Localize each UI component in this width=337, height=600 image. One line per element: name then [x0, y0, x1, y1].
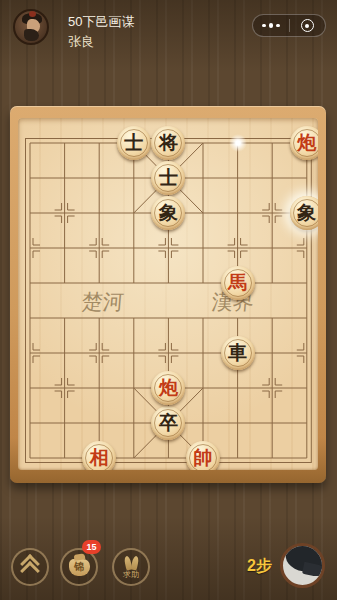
steps-counter: 2步 — [230, 556, 272, 577]
more-button[interactable] — [253, 15, 289, 36]
piece-red-elephant[interactable]: 相 — [82, 441, 116, 470]
piece-red-general[interactable]: 帥 — [186, 441, 220, 470]
xiangqi-app: 50下邑画谋 张良 楚河 漢界 士将士象象車卒炮馬炮相帥 锦 15 — [0, 0, 337, 600]
hint-count-badge: 15 — [82, 540, 101, 554]
help-button[interactable]: 求助 — [112, 548, 150, 586]
piece-black-chariot[interactable]: 車 — [221, 336, 255, 370]
exit-button[interactable] — [290, 15, 326, 36]
xiangqi-board[interactable]: 楚河 漢界 士将士象象車卒炮馬炮相帥 — [18, 118, 318, 470]
miniprogram-capsule — [252, 14, 326, 37]
opponent-avatar — [13, 9, 49, 45]
opponent-name: 张良 — [68, 33, 94, 51]
board-frame: 楚河 漢界 士将士象象車卒炮馬炮相帥 — [10, 106, 326, 483]
help-label: 求助 — [123, 571, 139, 579]
river-label-left: 楚河 — [59, 288, 147, 314]
level-title: 50下邑画谋 — [68, 13, 134, 31]
hint-bag-icon: 锦 — [69, 559, 90, 576]
piece-red-horse[interactable]: 馬 — [221, 266, 255, 300]
exit-icon — [301, 19, 314, 32]
expand-button[interactable] — [11, 548, 49, 586]
praying-hands-icon — [125, 556, 138, 570]
player-avatar — [280, 543, 325, 588]
more-icon — [262, 24, 266, 28]
piece-black-elephant-2[interactable]: 象 — [290, 196, 318, 230]
piece-red-cannon-1[interactable]: 炮 — [290, 126, 318, 160]
piece-black-advisor-1[interactable]: 士 — [117, 126, 151, 160]
